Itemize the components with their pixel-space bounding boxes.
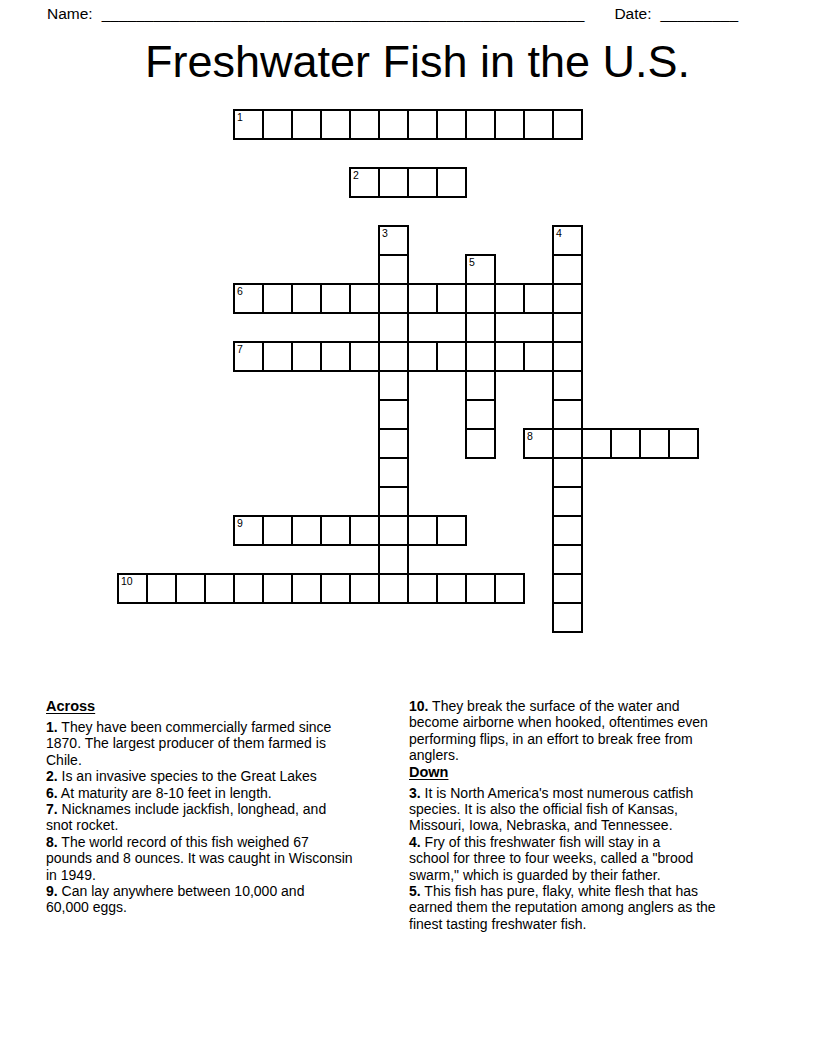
grid-cell[interactable] bbox=[320, 341, 351, 372]
grid-cell[interactable] bbox=[291, 573, 322, 604]
grid-cell[interactable] bbox=[552, 457, 583, 488]
grid-cell[interactable] bbox=[378, 399, 409, 430]
grid-cell[interactable] bbox=[378, 544, 409, 575]
grid-cell[interactable] bbox=[407, 515, 438, 546]
clue-number-label: 10. bbox=[409, 698, 428, 714]
grid-cell[interactable] bbox=[378, 167, 409, 198]
grid-cell[interactable] bbox=[668, 428, 699, 459]
clue-number-label: 1. bbox=[46, 719, 58, 735]
grid-cell[interactable] bbox=[436, 283, 467, 314]
grid-cell[interactable] bbox=[610, 428, 641, 459]
grid-cell[interactable] bbox=[581, 428, 612, 459]
grid-cell[interactable] bbox=[262, 573, 293, 604]
grid-cell[interactable] bbox=[378, 573, 409, 604]
grid-cell[interactable] bbox=[465, 341, 496, 372]
grid-cell[interactable] bbox=[378, 457, 409, 488]
clue-number-label: 4. bbox=[409, 834, 421, 850]
cell-number: 7 bbox=[237, 343, 243, 355]
clue-number-label: 9. bbox=[46, 883, 58, 899]
grid-cell[interactable] bbox=[552, 602, 583, 633]
grid-cell[interactable] bbox=[523, 341, 554, 372]
grid-cell[interactable] bbox=[436, 573, 467, 604]
worksheet-page: Name:___________________________________… bbox=[0, 0, 816, 1056]
grid-cell[interactable] bbox=[407, 167, 438, 198]
grid-cell[interactable] bbox=[233, 573, 264, 604]
grid-cell[interactable] bbox=[378, 428, 409, 459]
cell-number: 8 bbox=[527, 430, 533, 442]
grid-cell[interactable] bbox=[378, 312, 409, 343]
clue-number-label: 6. bbox=[46, 785, 58, 801]
cell-number: 4 bbox=[556, 227, 562, 239]
grid-cell[interactable] bbox=[465, 109, 496, 140]
grid-cell[interactable] bbox=[349, 283, 380, 314]
grid-cell[interactable]: 10 bbox=[117, 573, 148, 604]
grid-cell[interactable] bbox=[320, 109, 351, 140]
grid-cell[interactable] bbox=[436, 515, 467, 546]
grid-cell[interactable] bbox=[494, 109, 525, 140]
grid-cell[interactable] bbox=[465, 399, 496, 430]
grid-cell[interactable] bbox=[378, 370, 409, 401]
grid-cell[interactable] bbox=[204, 573, 235, 604]
grid-cell[interactable] bbox=[523, 283, 554, 314]
clue-number-label: 5. bbox=[409, 883, 421, 899]
clue-9-across: 9. Can lay anywhere between 10,000 and 6… bbox=[46, 883, 398, 916]
cell-number: 10 bbox=[121, 575, 133, 587]
clue-number-label: 8. bbox=[46, 834, 58, 850]
grid-cell[interactable] bbox=[552, 312, 583, 343]
cell-number: 2 bbox=[353, 169, 359, 181]
grid-cell[interactable] bbox=[378, 515, 409, 546]
grid-cell[interactable] bbox=[378, 341, 409, 372]
cell-number: 5 bbox=[469, 256, 475, 268]
clue-7-across: 7. Nicknames include jackfish, longhead,… bbox=[46, 801, 398, 834]
clue-section-header-across: Across bbox=[46, 698, 398, 715]
cell-number: 9 bbox=[237, 517, 243, 529]
grid-cell[interactable] bbox=[552, 544, 583, 575]
grid-cell[interactable] bbox=[407, 573, 438, 604]
grid-cell[interactable] bbox=[552, 573, 583, 604]
grid-cell[interactable]: 5 bbox=[465, 254, 496, 285]
clue-section-header-down: Down bbox=[409, 764, 781, 781]
grid-cell[interactable]: 4 bbox=[552, 225, 583, 256]
grid-cell[interactable] bbox=[349, 341, 380, 372]
grid-cell[interactable] bbox=[436, 109, 467, 140]
clue-10-across: 10. They break the surface of the water … bbox=[409, 698, 781, 764]
grid-cell[interactable] bbox=[320, 515, 351, 546]
clue-number-label: 3. bbox=[409, 785, 421, 801]
grid-cell[interactable] bbox=[320, 283, 351, 314]
grid-cell[interactable] bbox=[378, 486, 409, 517]
cell-number: 6 bbox=[237, 285, 243, 297]
grid-cell[interactable] bbox=[378, 254, 409, 285]
grid-cell[interactable] bbox=[320, 573, 351, 604]
grid-cell[interactable] bbox=[552, 109, 583, 140]
clue-4-down: 4. Fry of this freshwater fish will stay… bbox=[409, 834, 781, 883]
name-date-row: Name:___________________________________… bbox=[47, 4, 738, 24]
grid-cell[interactable] bbox=[465, 428, 496, 459]
grid-cell[interactable] bbox=[552, 283, 583, 314]
name-blank-line[interactable]: ________________________________________… bbox=[102, 5, 585, 22]
grid-cell[interactable] bbox=[552, 341, 583, 372]
grid-cell[interactable] bbox=[639, 428, 670, 459]
grid-cell[interactable] bbox=[262, 109, 293, 140]
cell-number: 3 bbox=[382, 227, 388, 239]
grid-cell[interactable]: 2 bbox=[349, 167, 380, 198]
clue-1-across: 1. They have been commercially farmed si… bbox=[46, 719, 398, 768]
clue-number-label: 2. bbox=[46, 768, 58, 784]
grid-cell[interactable] bbox=[407, 109, 438, 140]
grid-cell[interactable] bbox=[436, 341, 467, 372]
grid-cell[interactable]: 3 bbox=[378, 225, 409, 256]
grid-cell[interactable] bbox=[552, 399, 583, 430]
clue-5-down: 5. This fish has pure, flaky, white fles… bbox=[409, 883, 781, 932]
grid-cell[interactable]: 1 bbox=[233, 109, 264, 140]
grid-cell[interactable] bbox=[349, 573, 380, 604]
date-label: Date: bbox=[614, 5, 651, 22]
grid-cell[interactable] bbox=[349, 515, 380, 546]
grid-cell[interactable] bbox=[465, 573, 496, 604]
crossword-grid: 12345678910 bbox=[117, 109, 699, 633]
grid-cell[interactable] bbox=[436, 167, 467, 198]
clues-column-right: 10. They break the surface of the water … bbox=[409, 698, 781, 932]
grid-cell[interactable] bbox=[262, 341, 293, 372]
grid-cell[interactable] bbox=[494, 573, 525, 604]
grid-cell[interactable] bbox=[291, 283, 322, 314]
grid-cell[interactable] bbox=[175, 573, 206, 604]
grid-cell[interactable] bbox=[291, 341, 322, 372]
clue-6-across: 6. At maturity are 8-10 feet in length. bbox=[46, 785, 398, 801]
grid-cell[interactable] bbox=[349, 109, 380, 140]
grid-cell[interactable] bbox=[494, 283, 525, 314]
grid-cell[interactable] bbox=[407, 283, 438, 314]
name-label: Name: bbox=[47, 5, 93, 22]
grid-cell[interactable] bbox=[262, 283, 293, 314]
grid-cell[interactable] bbox=[378, 109, 409, 140]
grid-cell[interactable]: 7 bbox=[233, 341, 264, 372]
clue-number-label: 7. bbox=[46, 801, 58, 817]
grid-cell[interactable] bbox=[523, 109, 554, 140]
grid-cell[interactable] bbox=[552, 254, 583, 285]
grid-cell[interactable]: 9 bbox=[233, 515, 264, 546]
grid-cell[interactable] bbox=[262, 515, 293, 546]
cell-number: 1 bbox=[237, 111, 243, 123]
grid-cell[interactable] bbox=[291, 515, 322, 546]
clue-2-across: 2. Is an invasive species to the Great L… bbox=[46, 768, 398, 784]
page-title: Freshwater Fish in the U.S. bbox=[0, 39, 816, 84]
date-blank-line[interactable]: _________ bbox=[660, 5, 738, 22]
grid-cell[interactable] bbox=[407, 341, 438, 372]
grid-cell[interactable] bbox=[552, 370, 583, 401]
grid-cell[interactable] bbox=[465, 312, 496, 343]
grid-cell[interactable]: 8 bbox=[523, 428, 554, 459]
grid-cell[interactable] bbox=[378, 283, 409, 314]
grid-cell[interactable] bbox=[465, 283, 496, 314]
grid-cell[interactable] bbox=[146, 573, 177, 604]
grid-cell[interactable]: 6 bbox=[233, 283, 264, 314]
clues-column-left: Across1. They have been commercially far… bbox=[46, 698, 398, 916]
grid-cell[interactable] bbox=[465, 370, 496, 401]
grid-cell[interactable] bbox=[552, 486, 583, 517]
clue-8-across: 8. The world record of this fish weighed… bbox=[46, 834, 398, 883]
grid-cell[interactable] bbox=[494, 341, 525, 372]
grid-cell[interactable] bbox=[552, 515, 583, 546]
clue-3-down: 3. It is North America's most numerous c… bbox=[409, 785, 781, 834]
grid-cell[interactable] bbox=[552, 428, 583, 459]
grid-cell[interactable] bbox=[291, 109, 322, 140]
